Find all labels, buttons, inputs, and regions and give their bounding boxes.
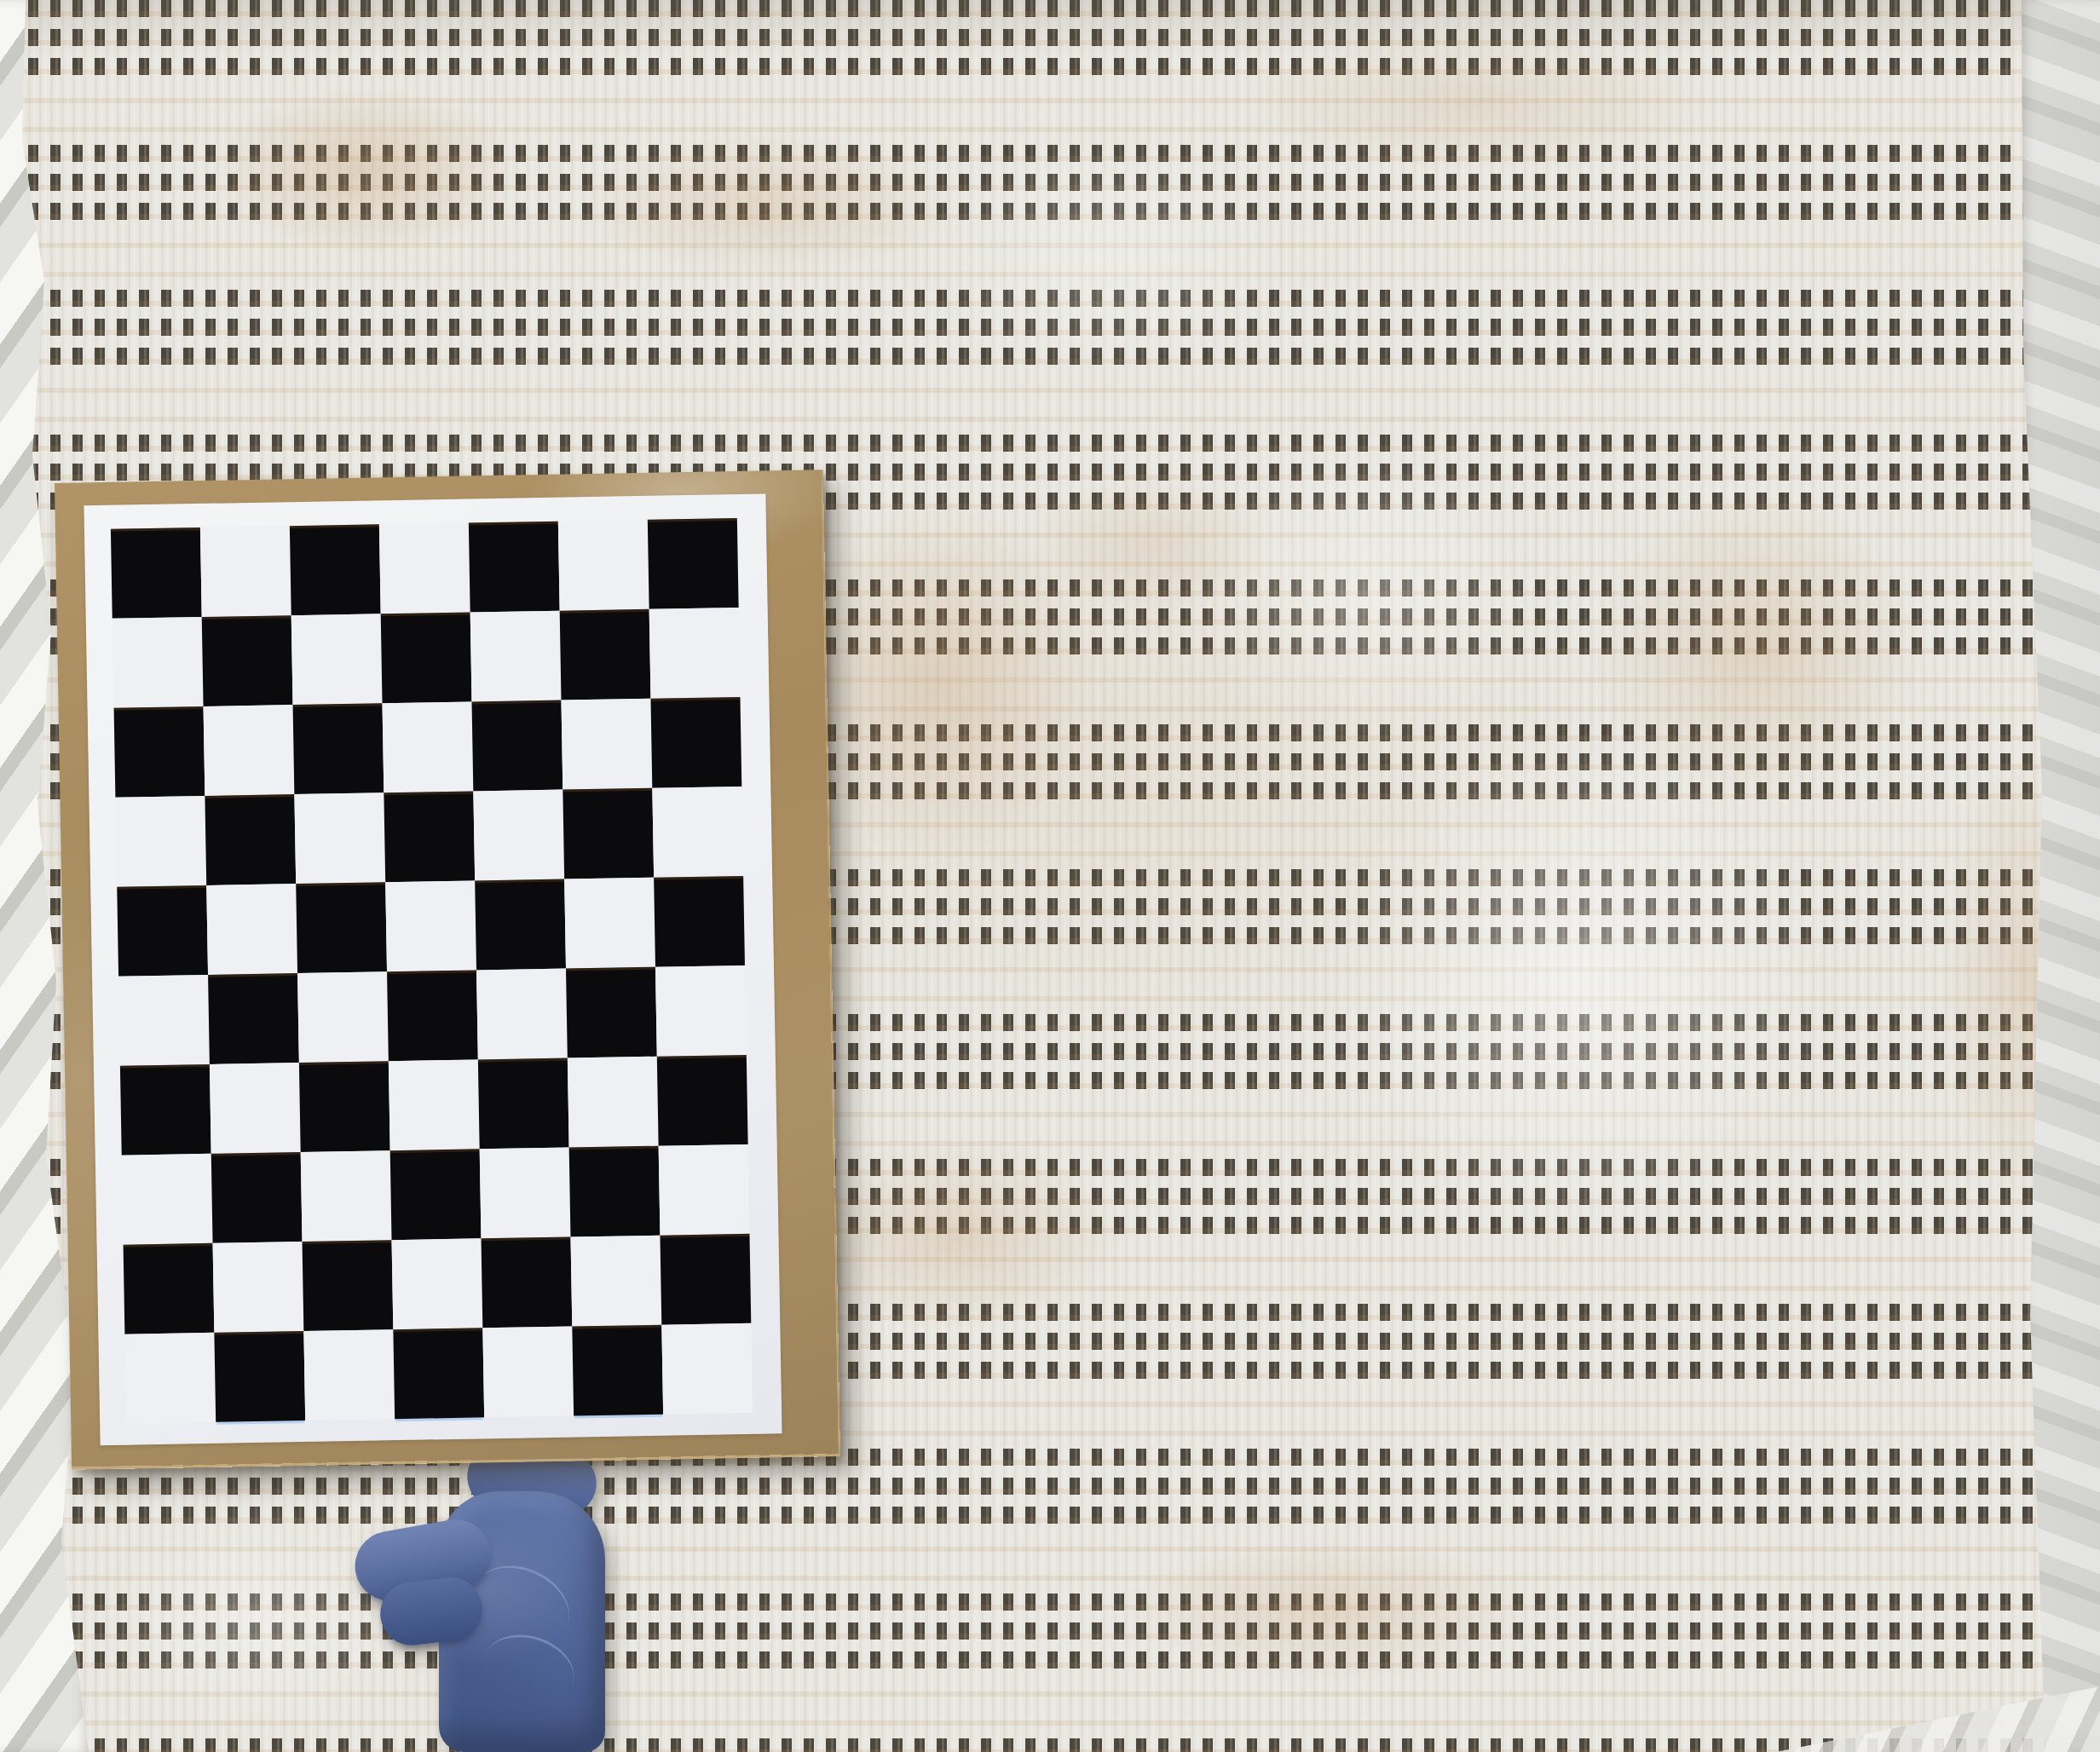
checker-square — [379, 522, 470, 614]
checker-square — [206, 884, 297, 975]
checker-square — [659, 1144, 750, 1236]
checker-square — [478, 1058, 569, 1150]
checker-square — [208, 973, 299, 1064]
checker-square — [390, 1149, 482, 1240]
checker-square — [661, 1323, 753, 1415]
checker-square — [120, 1064, 211, 1156]
calibration-board — [55, 470, 840, 1470]
checker-square — [114, 706, 205, 798]
checker-square — [482, 1237, 573, 1328]
checker-square — [299, 1061, 390, 1152]
checker-square — [303, 1240, 394, 1331]
gloved-hand — [341, 1440, 614, 1752]
checker-square — [111, 527, 202, 619]
checker-square — [561, 699, 652, 790]
checker-square — [652, 787, 743, 878]
checker-square — [569, 1146, 661, 1237]
checker-square — [124, 1333, 216, 1424]
checker-square — [650, 697, 741, 788]
checkerboard-grid — [111, 518, 753, 1424]
checker-square — [294, 792, 385, 884]
checker-square — [124, 1243, 215, 1334]
scene-photo — [0, 0, 2100, 1752]
checker-square — [392, 1238, 483, 1329]
checker-square — [290, 524, 381, 615]
checker-square — [205, 794, 296, 885]
checker-square — [204, 705, 295, 796]
checker-square — [301, 1150, 392, 1242]
checker-square — [384, 791, 475, 882]
checker-square — [566, 967, 657, 1058]
checker-square — [564, 878, 655, 969]
checker-square — [200, 526, 291, 617]
checker-square — [117, 885, 208, 977]
checker-square — [291, 614, 383, 705]
checker-square — [213, 1242, 304, 1333]
checker-square — [558, 520, 649, 611]
checker-square — [211, 1152, 303, 1243]
checker-square — [562, 788, 654, 879]
checker-square — [473, 790, 564, 881]
checker-square — [648, 518, 739, 609]
checker-square — [657, 1055, 748, 1146]
checker-square — [297, 971, 389, 1063]
checker-square — [389, 1059, 480, 1150]
checker-square — [118, 975, 210, 1066]
checker-square — [393, 1328, 484, 1419]
checker-square — [476, 969, 568, 1060]
checker-square — [293, 703, 384, 794]
checker-square — [115, 796, 206, 887]
checker-square — [112, 617, 204, 708]
checker-square — [469, 522, 560, 613]
checker-square — [387, 970, 478, 1061]
checker-square — [202, 615, 293, 706]
checker-square — [214, 1331, 305, 1422]
checker-square — [572, 1325, 663, 1416]
checker-square — [649, 608, 741, 699]
checker-square — [472, 700, 563, 792]
checker-square — [381, 612, 472, 703]
checker-square — [482, 1327, 574, 1418]
checker-square — [568, 1057, 659, 1148]
checker-square — [654, 876, 745, 967]
checker-square — [303, 1329, 395, 1421]
checker-square — [385, 880, 476, 971]
checker-square — [122, 1154, 213, 1245]
checker-square — [480, 1148, 571, 1239]
checker-square — [470, 611, 562, 702]
checker-square — [655, 965, 747, 1057]
checker-square — [660, 1234, 751, 1325]
checker-square — [296, 882, 387, 973]
checker-square — [475, 879, 566, 971]
checker-square — [210, 1063, 301, 1154]
checker-square — [570, 1236, 661, 1327]
checker-square — [383, 701, 474, 792]
checker-square — [560, 609, 651, 700]
calibration-sticker — [84, 493, 782, 1445]
